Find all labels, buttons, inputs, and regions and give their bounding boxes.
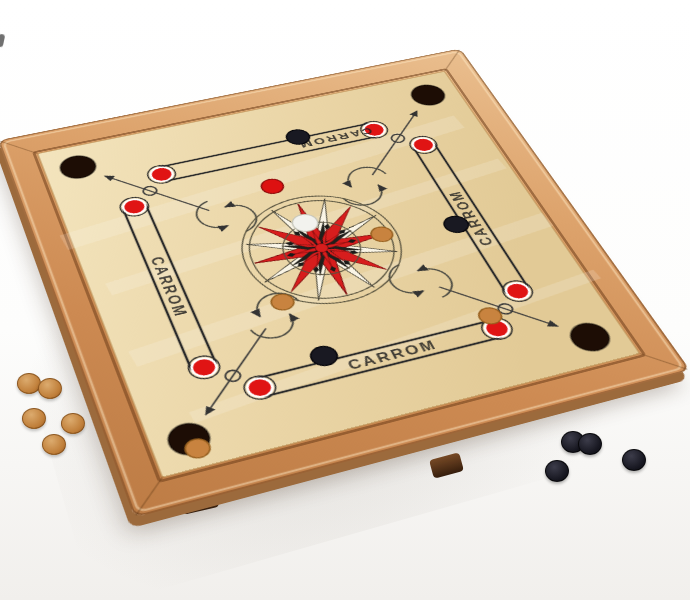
loose-coin-black[interactable]: [622, 449, 646, 471]
edge-speck: [0, 34, 5, 48]
loose-coin-black[interactable]: [545, 460, 569, 482]
loose-coin-black[interactable]: [578, 433, 602, 455]
loose-coin-white[interactable]: [42, 434, 66, 455]
loose-coin-white[interactable]: [38, 378, 62, 399]
loose-coin-white[interactable]: [61, 413, 85, 434]
scene: CARROM CARROM CARROM CARROM: [0, 0, 690, 600]
loose-coin-white[interactable]: [22, 408, 46, 429]
